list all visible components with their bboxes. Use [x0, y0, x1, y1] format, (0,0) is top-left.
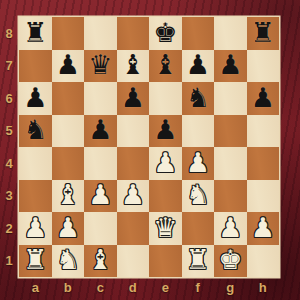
square-d1[interactable] [117, 245, 150, 278]
square-g3[interactable] [214, 180, 247, 213]
square-d6[interactable]: ♟ [117, 82, 150, 115]
square-d7[interactable]: ♝ [117, 50, 150, 83]
square-b5[interactable] [52, 115, 85, 148]
square-d2[interactable] [117, 212, 150, 245]
square-a2[interactable]: ♟ [19, 212, 52, 245]
square-b7[interactable]: ♟ [52, 50, 85, 83]
square-f6[interactable]: ♞ [182, 82, 215, 115]
square-d4[interactable] [117, 147, 150, 180]
piece-black-knight[interactable]: ♞ [186, 84, 210, 111]
square-c8[interactable] [84, 17, 117, 50]
piece-white-pawn[interactable]: ♟ [251, 214, 275, 241]
square-e7[interactable]: ♝ [149, 50, 182, 83]
rank-label-8: 8 [1, 17, 17, 50]
square-f4[interactable]: ♟ [182, 147, 215, 180]
board-frame: 87654321 ♜♚♜♟♛♝♝♟♟♟♟♞♟♞♟♟♟♟♝♟♟♞♟♟♛♟♟♜♞♝♜… [0, 0, 300, 300]
square-e6[interactable] [149, 82, 182, 115]
square-b8[interactable] [52, 17, 85, 50]
piece-black-pawn[interactable]: ♟ [121, 84, 145, 111]
file-label-a: a [19, 277, 52, 298]
file-label-d: d [117, 277, 150, 298]
square-f5[interactable] [182, 115, 215, 148]
square-g4[interactable] [214, 147, 247, 180]
rank-label-3: 3 [1, 180, 17, 213]
square-g1[interactable]: ♚ [214, 245, 247, 278]
square-g2[interactable]: ♟ [214, 212, 247, 245]
square-g5[interactable] [214, 115, 247, 148]
square-d5[interactable] [117, 115, 150, 148]
piece-white-knight[interactable]: ♞ [56, 246, 80, 273]
piece-black-king[interactable]: ♚ [153, 19, 177, 46]
square-c2[interactable] [84, 212, 117, 245]
chess-board: ♜♚♜♟♛♝♝♟♟♟♟♞♟♞♟♟♟♟♝♟♟♞♟♟♛♟♟♜♞♝♜♚ [19, 17, 279, 277]
square-b6[interactable] [52, 82, 85, 115]
square-g7[interactable]: ♟ [214, 50, 247, 83]
square-h3[interactable] [247, 180, 280, 213]
piece-white-pawn[interactable]: ♟ [186, 149, 210, 176]
piece-white-knight[interactable]: ♞ [186, 181, 210, 208]
square-h2[interactable]: ♟ [247, 212, 280, 245]
file-label-f: f [182, 277, 215, 298]
file-label-h: h [247, 277, 280, 298]
square-c1[interactable]: ♝ [84, 245, 117, 278]
square-b4[interactable] [52, 147, 85, 180]
piece-white-pawn[interactable]: ♟ [88, 181, 112, 208]
piece-white-bishop[interactable]: ♝ [88, 246, 112, 273]
square-e3[interactable] [149, 180, 182, 213]
square-b1[interactable]: ♞ [52, 245, 85, 278]
rank-label-2: 2 [1, 212, 17, 245]
square-c4[interactable] [84, 147, 117, 180]
square-h6[interactable]: ♟ [247, 82, 280, 115]
square-b3[interactable]: ♝ [52, 180, 85, 213]
square-c5[interactable]: ♟ [84, 115, 117, 148]
square-f2[interactable] [182, 212, 215, 245]
square-g8[interactable] [214, 17, 247, 50]
rank-label-4: 4 [1, 147, 17, 180]
piece-black-queen[interactable]: ♛ [88, 51, 112, 78]
piece-black-pawn[interactable]: ♟ [56, 51, 80, 78]
piece-black-rook[interactable]: ♜ [251, 19, 275, 46]
piece-white-rook[interactable]: ♜ [23, 246, 47, 273]
piece-black-pawn[interactable]: ♟ [218, 51, 242, 78]
rank-label-6: 6 [1, 82, 17, 115]
piece-white-king[interactable]: ♚ [218, 246, 242, 273]
square-b2[interactable]: ♟ [52, 212, 85, 245]
piece-black-knight[interactable]: ♞ [23, 116, 47, 143]
square-a3[interactable] [19, 180, 52, 213]
piece-white-pawn[interactable]: ♟ [153, 149, 177, 176]
square-h4[interactable] [247, 147, 280, 180]
square-a4[interactable] [19, 147, 52, 180]
square-f1[interactable]: ♜ [182, 245, 215, 278]
file-label-b: b [52, 277, 85, 298]
square-f7[interactable]: ♟ [182, 50, 215, 83]
square-a5[interactable]: ♞ [19, 115, 52, 148]
piece-black-pawn[interactable]: ♟ [88, 116, 112, 143]
square-h1[interactable] [247, 245, 280, 278]
piece-black-pawn[interactable]: ♟ [251, 84, 275, 111]
rank-label-1: 1 [1, 245, 17, 278]
square-f3[interactable]: ♞ [182, 180, 215, 213]
file-label-c: c [84, 277, 117, 298]
file-label-g: g [214, 277, 247, 298]
square-h8[interactable]: ♜ [247, 17, 280, 50]
piece-black-pawn[interactable]: ♟ [153, 116, 177, 143]
square-e8[interactable]: ♚ [149, 17, 182, 50]
piece-black-pawn[interactable]: ♟ [186, 51, 210, 78]
square-f8[interactable] [182, 17, 215, 50]
piece-white-rook[interactable]: ♜ [186, 246, 210, 273]
piece-white-bishop[interactable]: ♝ [56, 181, 80, 208]
square-a7[interactable] [19, 50, 52, 83]
square-h7[interactable] [247, 50, 280, 83]
piece-black-pawn[interactable]: ♟ [23, 84, 47, 111]
piece-white-pawn[interactable]: ♟ [23, 214, 47, 241]
square-e5[interactable]: ♟ [149, 115, 182, 148]
square-h5[interactable] [247, 115, 280, 148]
square-e4[interactable]: ♟ [149, 147, 182, 180]
square-g6[interactable] [214, 82, 247, 115]
square-d3[interactable]: ♟ [117, 180, 150, 213]
piece-black-rook[interactable]: ♜ [23, 19, 47, 46]
square-c6[interactable] [84, 82, 117, 115]
rank-label-7: 7 [1, 50, 17, 83]
piece-white-pawn[interactable]: ♟ [121, 181, 145, 208]
piece-white-pawn[interactable]: ♟ [56, 214, 80, 241]
file-label-e: e [149, 277, 182, 298]
square-a8[interactable]: ♜ [19, 17, 52, 50]
square-e1[interactable] [149, 245, 182, 278]
piece-white-queen[interactable]: ♛ [153, 214, 177, 241]
square-a6[interactable]: ♟ [19, 82, 52, 115]
square-d8[interactable] [117, 17, 150, 50]
square-a1[interactable]: ♜ [19, 245, 52, 278]
square-c7[interactable]: ♛ [84, 50, 117, 83]
rank-label-5: 5 [1, 115, 17, 148]
piece-white-pawn[interactable]: ♟ [218, 214, 242, 241]
piece-black-bishop[interactable]: ♝ [153, 51, 177, 78]
piece-black-bishop[interactable]: ♝ [121, 51, 145, 78]
square-e2[interactable]: ♛ [149, 212, 182, 245]
square-c3[interactable]: ♟ [84, 180, 117, 213]
